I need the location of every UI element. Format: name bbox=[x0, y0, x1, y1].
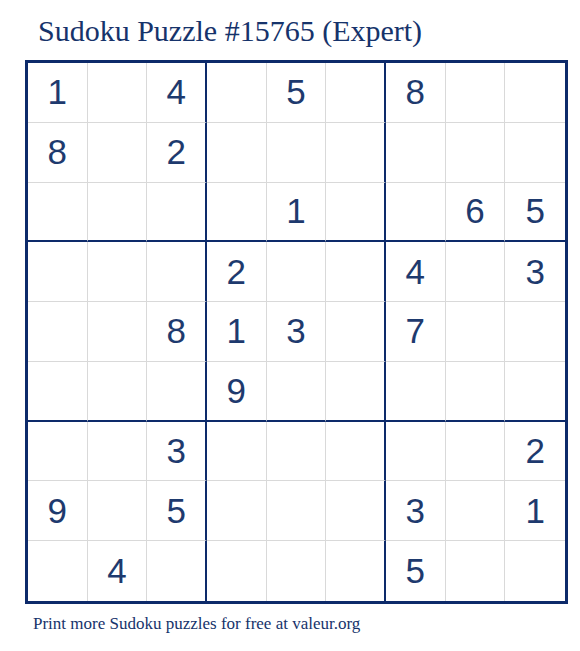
cell-r7c8[interactable] bbox=[446, 422, 506, 482]
cell-r1c2[interactable] bbox=[88, 63, 148, 123]
cell-r5c8[interactable] bbox=[446, 302, 506, 362]
cell-r7c2[interactable] bbox=[88, 422, 148, 482]
cell-r4c7[interactable]: 4 bbox=[386, 242, 446, 302]
cell-r8c2[interactable] bbox=[88, 481, 148, 541]
cell-r9c9[interactable] bbox=[505, 541, 565, 601]
cell-r9c2[interactable]: 4 bbox=[88, 541, 148, 601]
cell-r3c2[interactable] bbox=[88, 183, 148, 243]
cell-r7c1[interactable] bbox=[28, 422, 88, 482]
cell-r8c5[interactable] bbox=[267, 481, 327, 541]
cell-r1c4[interactable] bbox=[207, 63, 267, 123]
cell-r4c6[interactable] bbox=[326, 242, 386, 302]
cell-r6c1[interactable] bbox=[28, 362, 88, 422]
cell-r1c1[interactable]: 1 bbox=[28, 63, 88, 123]
cell-r8c9[interactable]: 1 bbox=[505, 481, 565, 541]
cell-r5c5[interactable]: 3 bbox=[267, 302, 327, 362]
cell-r1c9[interactable] bbox=[505, 63, 565, 123]
cell-r4c9[interactable]: 3 bbox=[505, 242, 565, 302]
cell-r4c2[interactable] bbox=[88, 242, 148, 302]
cell-r3c3[interactable] bbox=[147, 183, 207, 243]
cell-r6c7[interactable] bbox=[386, 362, 446, 422]
cell-r8c4[interactable] bbox=[207, 481, 267, 541]
cell-r2c7[interactable] bbox=[386, 123, 446, 183]
cell-r2c8[interactable] bbox=[446, 123, 506, 183]
cell-r6c6[interactable] bbox=[326, 362, 386, 422]
cell-r4c8[interactable] bbox=[446, 242, 506, 302]
cell-r6c3[interactable] bbox=[147, 362, 207, 422]
cell-r6c8[interactable] bbox=[446, 362, 506, 422]
cell-r9c4[interactable] bbox=[207, 541, 267, 601]
cell-r4c5[interactable] bbox=[267, 242, 327, 302]
cell-r7c6[interactable] bbox=[326, 422, 386, 482]
cell-r7c7[interactable] bbox=[386, 422, 446, 482]
cell-r7c3[interactable]: 3 bbox=[147, 422, 207, 482]
cell-r1c3[interactable]: 4 bbox=[147, 63, 207, 123]
cell-r9c3[interactable] bbox=[147, 541, 207, 601]
cell-r2c5[interactable] bbox=[267, 123, 327, 183]
cell-r3c9[interactable]: 5 bbox=[505, 183, 565, 243]
cell-r3c7[interactable] bbox=[386, 183, 446, 243]
cell-r8c3[interactable]: 5 bbox=[147, 481, 207, 541]
cell-r6c5[interactable] bbox=[267, 362, 327, 422]
cell-r6c9[interactable] bbox=[505, 362, 565, 422]
cell-r9c5[interactable] bbox=[267, 541, 327, 601]
cell-r1c6[interactable] bbox=[326, 63, 386, 123]
cell-r9c6[interactable] bbox=[326, 541, 386, 601]
cell-r2c1[interactable]: 8 bbox=[28, 123, 88, 183]
cell-r2c6[interactable] bbox=[326, 123, 386, 183]
cell-r8c1[interactable]: 9 bbox=[28, 481, 88, 541]
page-title: Sudoku Puzzle #15765 (Expert) bbox=[38, 16, 422, 46]
page: Sudoku Puzzle #15765 (Expert) 1458821652… bbox=[0, 0, 580, 651]
cell-r9c1[interactable] bbox=[28, 541, 88, 601]
cell-r5c9[interactable] bbox=[505, 302, 565, 362]
cell-r8c7[interactable]: 3 bbox=[386, 481, 446, 541]
cell-r7c4[interactable] bbox=[207, 422, 267, 482]
cell-r9c7[interactable]: 5 bbox=[386, 541, 446, 601]
cell-r3c8[interactable]: 6 bbox=[446, 183, 506, 243]
sudoku-board: 1458821652438137932953145 bbox=[25, 60, 568, 604]
cell-r2c9[interactable] bbox=[505, 123, 565, 183]
cell-r5c7[interactable]: 7 bbox=[386, 302, 446, 362]
cell-r8c8[interactable] bbox=[446, 481, 506, 541]
cell-r4c3[interactable] bbox=[147, 242, 207, 302]
cell-r1c5[interactable]: 5 bbox=[267, 63, 327, 123]
cell-r6c4[interactable]: 9 bbox=[207, 362, 267, 422]
footer-text: Print more Sudoku puzzles for free at va… bbox=[33, 613, 360, 635]
cell-r5c3[interactable]: 8 bbox=[147, 302, 207, 362]
cell-r1c8[interactable] bbox=[446, 63, 506, 123]
cell-r3c4[interactable] bbox=[207, 183, 267, 243]
cell-r5c1[interactable] bbox=[28, 302, 88, 362]
cell-r5c4[interactable]: 1 bbox=[207, 302, 267, 362]
cell-r5c2[interactable] bbox=[88, 302, 148, 362]
cell-r8c6[interactable] bbox=[326, 481, 386, 541]
cell-r6c2[interactable] bbox=[88, 362, 148, 422]
cell-r7c9[interactable]: 2 bbox=[505, 422, 565, 482]
cell-r2c4[interactable] bbox=[207, 123, 267, 183]
cell-r3c6[interactable] bbox=[326, 183, 386, 243]
cell-r1c7[interactable]: 8 bbox=[386, 63, 446, 123]
cell-r3c1[interactable] bbox=[28, 183, 88, 243]
cell-r9c8[interactable] bbox=[446, 541, 506, 601]
cell-r7c5[interactable] bbox=[267, 422, 327, 482]
cell-r3c5[interactable]: 1 bbox=[267, 183, 327, 243]
cell-r2c3[interactable]: 2 bbox=[147, 123, 207, 183]
cell-r2c2[interactable] bbox=[88, 123, 148, 183]
cell-r4c1[interactable] bbox=[28, 242, 88, 302]
cell-r4c4[interactable]: 2 bbox=[207, 242, 267, 302]
cell-r5c6[interactable] bbox=[326, 302, 386, 362]
